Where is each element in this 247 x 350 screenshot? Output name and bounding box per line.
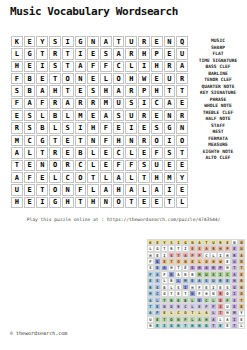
- grid-cell-r13c5[interactable]: N: [62, 184, 74, 195]
- grid-cell-r14c5[interactable]: H: [62, 197, 74, 208]
- grid-cell-r7c10[interactable]: U: [125, 110, 137, 121]
- grid-cell-r1c9[interactable]: T: [113, 36, 125, 47]
- grid-cell-r3c8[interactable]: F: [100, 61, 112, 72]
- grid-cell-r10c11[interactable]: E: [138, 147, 150, 158]
- grid-cell-r3c14[interactable]: A: [176, 61, 188, 72]
- grid-cell-r13c8[interactable]: A: [100, 184, 112, 195]
- grid-cell-r6c13[interactable]: A: [164, 98, 176, 109]
- grid-cell-r2c12[interactable]: P: [151, 48, 163, 59]
- grid-cell-r7c7[interactable]: E: [87, 110, 99, 121]
- grid-cell-r11c3[interactable]: N: [36, 160, 48, 171]
- grid-cell-r13c7[interactable]: L: [87, 184, 99, 195]
- grid-cell-r7c3[interactable]: L: [36, 110, 48, 121]
- grid-cell-r11c12[interactable]: U: [151, 160, 163, 171]
- grid-cell-r5c4[interactable]: H: [49, 85, 61, 96]
- grid-cell-r2c14[interactable]: U: [176, 48, 188, 59]
- grid-cell-r1c1[interactable]: K: [11, 36, 23, 47]
- grid-cell-r3c6[interactable]: A: [75, 61, 87, 72]
- grid-cell-r6c9[interactable]: U: [113, 98, 125, 109]
- answer-key-grid: KEYSIGNATURENQLGTRTIESARHPEUHEISTAFFCLIH…: [147, 239, 245, 329]
- answer-key-cell-r14c12: E: [224, 323, 231, 329]
- grid-cell-r14c14[interactable]: L: [176, 197, 188, 208]
- grid-cell-r6c6[interactable]: R: [75, 98, 87, 109]
- grid-cell-r13c6[interactable]: F: [75, 184, 87, 195]
- grid-cell-r5c10[interactable]: R: [125, 85, 137, 96]
- grid-cell-r11c5[interactable]: R: [62, 160, 74, 171]
- grid-cell-r10c9[interactable]: C: [113, 147, 125, 158]
- grid-cell-r12c7[interactable]: T: [87, 172, 99, 183]
- grid-cell-r13c1[interactable]: U: [11, 184, 23, 195]
- grid-cell-r2c4[interactable]: R: [49, 48, 61, 59]
- grid-cell-r10c5[interactable]: E: [62, 147, 74, 158]
- grid-cell-r10c12[interactable]: F: [151, 147, 163, 158]
- grid-cell-r8c5[interactable]: S: [62, 122, 74, 133]
- grid-cell-r5c6[interactable]: E: [75, 85, 87, 96]
- grid-cell-r2c10[interactable]: R: [125, 48, 137, 59]
- grid-cell-r10c10[interactable]: L: [125, 147, 137, 158]
- grid-cell-r1c13[interactable]: N: [164, 36, 176, 47]
- grid-cell-r1c3[interactable]: Y: [36, 36, 48, 47]
- grid-cell-r1c2[interactable]: E: [24, 36, 36, 47]
- grid-cell-r2c13[interactable]: E: [164, 48, 176, 59]
- grid-cell-r3c1[interactable]: H: [11, 61, 23, 72]
- grid-cell-r12c11[interactable]: T: [138, 172, 150, 183]
- grid-cell-r6c12[interactable]: C: [151, 98, 163, 109]
- grid-cell-r9c6[interactable]: T: [75, 135, 87, 146]
- grid-cell-r8c3[interactable]: B: [36, 122, 48, 133]
- answer-key-cell-r14c11: E: [217, 323, 224, 329]
- grid-cell-r2c2[interactable]: G: [24, 48, 36, 59]
- grid-cell-r1c11[interactable]: R: [138, 36, 150, 47]
- grid-cell-r4c2[interactable]: B: [24, 73, 36, 84]
- grid-cell-r3c7[interactable]: F: [87, 61, 99, 72]
- grid-cell-r3c2[interactable]: E: [24, 61, 36, 72]
- grid-cell-r12c2[interactable]: F: [24, 172, 36, 183]
- grid-cell-r1c4[interactable]: S: [49, 36, 61, 47]
- grid-cell-r4c11[interactable]: W: [138, 73, 150, 84]
- grid-cell-r11c13[interactable]: E: [164, 160, 176, 171]
- grid-cell-r14c8[interactable]: N: [100, 197, 112, 208]
- grid-cell-r3c11[interactable]: I: [138, 61, 150, 72]
- grid-cell-r11c2[interactable]: E: [24, 160, 36, 171]
- grid-cell-r5c2[interactable]: B: [24, 85, 36, 96]
- grid-cell-r8c4[interactable]: L: [49, 122, 61, 133]
- grid-cell-r2c7[interactable]: E: [87, 48, 99, 59]
- grid-cell-r2c1[interactable]: L: [11, 48, 23, 59]
- grid-cell-r7c12[interactable]: E: [151, 110, 163, 121]
- grid-cell-r10c2[interactable]: L: [24, 147, 36, 158]
- grid-cell-r14c7[interactable]: H: [87, 197, 99, 208]
- grid-cell-r4c1[interactable]: F: [11, 73, 23, 84]
- grid-cell-r5c5[interactable]: T: [62, 85, 74, 96]
- grid-cell-r8c9[interactable]: E: [113, 122, 125, 133]
- page-title: Music Vocabulary Wordsearch: [10, 5, 178, 18]
- grid-cell-r14c9[interactable]: O: [113, 197, 125, 208]
- grid-cell-r12c9[interactable]: A: [113, 172, 125, 183]
- grid-cell-r14c12[interactable]: E: [151, 197, 163, 208]
- grid-cell-r9c8[interactable]: F: [100, 135, 112, 146]
- grid-cell-r10c7[interactable]: L: [87, 147, 99, 158]
- grid-cell-r12c3[interactable]: E: [36, 172, 48, 183]
- grid-cell-r2c6[interactable]: I: [75, 48, 87, 59]
- grid-cell-r5c3[interactable]: A: [36, 85, 48, 96]
- grid-cell-r6c5[interactable]: A: [62, 98, 74, 109]
- answer-key-cell-r14c6: T: [182, 323, 189, 329]
- grid-cell-r12c8[interactable]: L: [100, 172, 112, 183]
- grid-cell-r6c1[interactable]: F: [11, 98, 23, 109]
- grid-cell-r10c13[interactable]: S: [164, 147, 176, 158]
- grid-cell-r4c9[interactable]: O: [113, 73, 125, 84]
- grid-cell-r7c11[interactable]: R: [138, 110, 150, 121]
- word-list: MUSICSHARPFLATTIME SIGNATUREBASS CLEFBAR…: [190, 38, 246, 162]
- grid-cell-r8c13[interactable]: G: [164, 122, 176, 133]
- grid-cell-r13c14[interactable]: E: [176, 184, 188, 195]
- word-list-item: ALTO CLEF: [190, 155, 246, 162]
- grid-cell-r7c5[interactable]: L: [62, 110, 74, 121]
- grid-cell-r1c10[interactable]: U: [125, 36, 137, 47]
- grid-cell-r5c1[interactable]: S: [11, 85, 23, 96]
- grid-cell-r13c3[interactable]: T: [36, 184, 48, 195]
- grid-cell-r4c12[interactable]: E: [151, 73, 163, 84]
- grid-cell-r10c1[interactable]: A: [11, 147, 23, 158]
- grid-cell-r3c3[interactable]: I: [36, 61, 48, 72]
- answer-key-cell-r14c8: N: [196, 323, 203, 329]
- grid-cell-r11c1[interactable]: T: [11, 160, 23, 171]
- grid-cell-r3c4[interactable]: S: [49, 61, 61, 72]
- grid-cell-r5c12[interactable]: H: [151, 85, 163, 96]
- grid-cell-r4c13[interactable]: U: [164, 73, 176, 84]
- grid-cell-r9c3[interactable]: G: [36, 135, 48, 146]
- grid-cell-r5c14[interactable]: T: [176, 85, 188, 96]
- grid-cell-r9c12[interactable]: O: [151, 135, 163, 146]
- grid-cell-r7c4[interactable]: B: [49, 110, 61, 121]
- grid-cell-r12c1[interactable]: A: [11, 172, 23, 183]
- grid-cell-r2c9[interactable]: A: [113, 48, 125, 59]
- grid-cell-r12c6[interactable]: O: [75, 172, 87, 183]
- grid-cell-r11c7[interactable]: L: [87, 160, 99, 171]
- grid-cell-r7c6[interactable]: M: [75, 110, 87, 121]
- grid-cell-r3c13[interactable]: R: [164, 61, 176, 72]
- grid-cell-r1c6[interactable]: G: [75, 36, 87, 47]
- grid-cell-r12c5[interactable]: C: [62, 172, 74, 183]
- grid-cell-r12c10[interactable]: L: [125, 172, 137, 183]
- grid-cell-r6c4[interactable]: R: [49, 98, 61, 109]
- answer-key-cell-r14c14: L: [238, 323, 245, 329]
- grid-cell-r8c11[interactable]: E: [138, 122, 150, 133]
- grid-cell-r8c2[interactable]: S: [24, 122, 36, 133]
- grid-cell-r1c8[interactable]: A: [100, 36, 112, 47]
- grid-cell-r5c13[interactable]: T: [164, 85, 176, 96]
- grid-cell-r3c12[interactable]: H: [151, 61, 163, 72]
- grid-cell-r7c8[interactable]: A: [100, 110, 112, 121]
- grid-cell-r8c14[interactable]: N: [176, 122, 188, 133]
- grid-cell-r13c12[interactable]: A: [151, 184, 163, 195]
- grid-cell-r9c14[interactable]: O: [176, 135, 188, 146]
- grid-cell-r14c11[interactable]: E: [138, 197, 150, 208]
- grid-cell-r10c14[interactable]: T: [176, 147, 188, 158]
- grid-cell-r6c2[interactable]: A: [24, 98, 36, 109]
- grid-cell-r4c7[interactable]: E: [87, 73, 99, 84]
- grid-cell-r8c7[interactable]: H: [87, 122, 99, 133]
- answer-key-cell-r14c10: T: [210, 323, 217, 329]
- grid-cell-r1c5[interactable]: I: [62, 36, 74, 47]
- grid-cell-r11c8[interactable]: E: [100, 160, 112, 171]
- grid-cell-r1c7[interactable]: N: [87, 36, 99, 47]
- grid-cell-r13c10[interactable]: A: [125, 184, 137, 195]
- grid-cell-r13c2[interactable]: E: [24, 184, 36, 195]
- copyright: © thewordsearch.com: [10, 330, 67, 336]
- grid-cell-r13c13[interactable]: I: [164, 184, 176, 195]
- grid-cell-r6c10[interactable]: S: [125, 98, 137, 109]
- grid-cell-r12c14[interactable]: Y: [176, 172, 188, 183]
- grid-cell-r14c10[interactable]: T: [125, 197, 137, 208]
- grid-cell-r8c10[interactable]: I: [125, 122, 137, 133]
- grid-cell-r4c8[interactable]: L: [100, 73, 112, 84]
- grid-cell-r9c7[interactable]: N: [87, 135, 99, 146]
- grid-cell-r1c12[interactable]: E: [151, 36, 163, 47]
- grid-cell-r8c1[interactable]: R: [11, 122, 23, 133]
- grid-cell-r2c5[interactable]: T: [62, 48, 74, 59]
- grid-cell-r10c4[interactable]: R: [49, 147, 61, 158]
- grid-cell-r9c1[interactable]: M: [11, 135, 23, 146]
- grid-cell-r10c3[interactable]: T: [36, 147, 48, 158]
- grid-cell-r12c13[interactable]: M: [164, 172, 176, 183]
- answer-key-cell-r14c2: E: [154, 323, 161, 329]
- grid-cell-r14c3[interactable]: I: [36, 197, 48, 208]
- grid-cell-r3c10[interactable]: L: [125, 61, 137, 72]
- grid-cell-r11c11[interactable]: S: [138, 160, 150, 171]
- answer-key-cell-r14c5: H: [175, 323, 182, 329]
- grid-cell-r13c4[interactable]: O: [49, 184, 61, 195]
- grid-cell-r4c4[interactable]: T: [49, 73, 61, 84]
- grid-cell-r9c9[interactable]: H: [113, 135, 125, 146]
- answer-key-cell-r14c7: H: [189, 323, 196, 329]
- grid-cell-r4c3[interactable]: E: [36, 73, 48, 84]
- grid-cell-r3c9[interactable]: C: [113, 61, 125, 72]
- grid-cell-r7c13[interactable]: N: [164, 110, 176, 121]
- answer-key-cell-r14c3: I: [161, 323, 168, 329]
- grid-cell-r4c14[interactable]: R: [176, 73, 188, 84]
- answer-key-cell-r14c9: O: [203, 323, 210, 329]
- grid-cell-r7c2[interactable]: S: [24, 110, 36, 121]
- grid-cell-r14c2[interactable]: E: [24, 197, 36, 208]
- grid-cell-r1c14[interactable]: Q: [176, 36, 188, 47]
- grid-cell-r8c12[interactable]: S: [151, 122, 163, 133]
- grid-cell-r6c7[interactable]: R: [87, 98, 99, 109]
- grid-cell-r9c11[interactable]: R: [138, 135, 150, 146]
- grid-cell-r9c10[interactable]: N: [125, 135, 137, 146]
- grid-cell-r6c11[interactable]: I: [138, 98, 150, 109]
- grid-cell-r6c8[interactable]: M: [100, 98, 112, 109]
- grid-cell-r11c4[interactable]: O: [49, 160, 61, 171]
- grid-cell-r9c5[interactable]: E: [62, 135, 74, 146]
- grid-cell-r7c14[interactable]: R: [176, 110, 188, 121]
- grid-cell-r10c6[interactable]: B: [75, 147, 87, 158]
- grid-cell-r4c10[interactable]: H: [125, 73, 137, 84]
- wordsearch-grid: KEYSIGNATURENQLGTRTIESARHPEUHEISTAFFCLIH…: [11, 36, 188, 208]
- grid-cell-r2c11[interactable]: H: [138, 48, 150, 59]
- grid-cell-r14c6[interactable]: T: [75, 197, 87, 208]
- grid-cell-r7c1[interactable]: E: [11, 110, 23, 121]
- grid-cell-r5c8[interactable]: H: [100, 85, 112, 96]
- grid-cell-r11c6[interactable]: C: [75, 160, 87, 171]
- answer-key-cell-r14c1: H: [147, 323, 154, 329]
- answer-key-cell-r14c13: T: [231, 323, 238, 329]
- grid-cell-r6c14[interactable]: E: [176, 98, 188, 109]
- grid-cell-r4c5[interactable]: O: [62, 73, 74, 84]
- footer-play-online-link[interactable]: Play this puzzle online at : https://the…: [0, 217, 247, 222]
- grid-cell-r13c9[interactable]: H: [113, 184, 125, 195]
- grid-cell-r8c8[interactable]: F: [100, 122, 112, 133]
- grid-cell-r14c13[interactable]: T: [164, 197, 176, 208]
- grid-cell-r6c3[interactable]: F: [36, 98, 48, 109]
- grid-cell-r12c4[interactable]: L: [49, 172, 61, 183]
- grid-cell-r14c1[interactable]: H: [11, 197, 23, 208]
- grid-cell-r9c2[interactable]: C: [24, 135, 36, 146]
- grid-cell-r4c6[interactable]: N: [75, 73, 87, 84]
- grid-cell-r13c11[interactable]: L: [138, 184, 150, 195]
- grid-cell-r5c9[interactable]: A: [113, 85, 125, 96]
- grid-cell-r8c6[interactable]: I: [75, 122, 87, 133]
- grid-cell-r3c5[interactable]: T: [62, 61, 74, 72]
- grid-cell-r12c12[interactable]: H: [151, 172, 163, 183]
- answer-key-cell-r14c4: G: [168, 323, 175, 329]
- grid-cell-r2c3[interactable]: T: [36, 48, 48, 59]
- grid-cell-r11c9[interactable]: F: [113, 160, 125, 171]
- grid-cell-r5c7[interactable]: S: [87, 85, 99, 96]
- grid-cell-r11c10[interactable]: F: [125, 160, 137, 171]
- grid-cell-r9c4[interactable]: T: [49, 135, 61, 146]
- grid-cell-r2c8[interactable]: S: [100, 48, 112, 59]
- grid-cell-r5c11[interactable]: P: [138, 85, 150, 96]
- grid-cell-r10c8[interactable]: E: [100, 147, 112, 158]
- grid-cell-r14c4[interactable]: G: [49, 197, 61, 208]
- grid-cell-r11c14[interactable]: E: [176, 160, 188, 171]
- grid-cell-r7c9[interactable]: S: [113, 110, 125, 121]
- grid-cell-r9c13[interactable]: I: [164, 135, 176, 146]
